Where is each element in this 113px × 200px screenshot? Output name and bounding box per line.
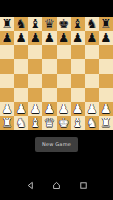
black-rook[interactable]: ♜︎ <box>0 17 14 31</box>
square-f1[interactable]: ♝︎ <box>71 116 85 130</box>
square-c3[interactable] <box>28 88 42 102</box>
white-rook[interactable]: ♜︎ <box>99 116 113 130</box>
black-queen[interactable]: ♛︎ <box>42 17 56 31</box>
square-a2[interactable]: ♟︎ <box>0 102 14 116</box>
square-c7[interactable]: ♟︎ <box>28 31 42 45</box>
black-pawn[interactable]: ♟︎ <box>42 31 56 45</box>
white-bishop[interactable]: ♝︎ <box>71 116 85 130</box>
square-h4[interactable] <box>99 74 113 88</box>
white-pawn[interactable]: ♟︎ <box>57 102 71 116</box>
square-h1[interactable]: ♜︎ <box>99 116 113 130</box>
square-b4[interactable] <box>14 74 28 88</box>
square-f4[interactable] <box>71 74 85 88</box>
home-icon[interactable] <box>52 181 61 190</box>
white-pawn[interactable]: ♟︎ <box>42 102 56 116</box>
square-d6[interactable] <box>42 45 56 59</box>
square-b7[interactable]: ♟︎ <box>14 31 28 45</box>
white-king[interactable]: ♚︎ <box>57 116 71 130</box>
square-d3[interactable] <box>42 88 56 102</box>
back-icon[interactable] <box>26 181 35 190</box>
white-rook[interactable]: ♜︎ <box>0 116 14 130</box>
square-g3[interactable] <box>85 88 99 102</box>
square-h5[interactable] <box>99 59 113 73</box>
square-f5[interactable] <box>71 59 85 73</box>
white-pawn[interactable]: ♟︎ <box>71 102 85 116</box>
square-d8[interactable]: ♛︎ <box>42 17 56 31</box>
square-b1[interactable]: ♞︎ <box>14 116 28 130</box>
black-pawn[interactable]: ♟︎ <box>0 31 14 45</box>
black-rook[interactable]: ♜︎ <box>99 17 113 31</box>
square-a5[interactable] <box>0 59 14 73</box>
app-screen: ♜︎♞︎♝︎♛︎♚︎♝︎♞︎♜︎♟︎♟︎♟︎♟︎♟︎♟︎♟︎♟︎♟︎♟︎♟︎♟︎… <box>0 0 113 200</box>
new-game-button[interactable]: New Game <box>35 137 78 152</box>
square-h7[interactable]: ♟︎ <box>99 31 113 45</box>
square-e5[interactable] <box>57 59 71 73</box>
square-c1[interactable]: ♝︎ <box>28 116 42 130</box>
white-pawn[interactable]: ♟︎ <box>14 102 28 116</box>
square-c8[interactable]: ♝︎ <box>28 17 42 31</box>
square-a6[interactable] <box>0 45 14 59</box>
square-e4[interactable] <box>57 74 71 88</box>
square-c6[interactable] <box>28 45 42 59</box>
square-g1[interactable]: ♞︎ <box>85 116 99 130</box>
square-g6[interactable] <box>85 45 99 59</box>
square-c4[interactable] <box>28 74 42 88</box>
square-e8[interactable]: ♚︎ <box>57 17 71 31</box>
black-knight[interactable]: ♞︎ <box>85 17 99 31</box>
square-d7[interactable]: ♟︎ <box>42 31 56 45</box>
black-bishop[interactable]: ♝︎ <box>28 17 42 31</box>
square-f7[interactable]: ♟︎ <box>71 31 85 45</box>
black-bishop[interactable]: ♝︎ <box>71 17 85 31</box>
white-knight[interactable]: ♞︎ <box>14 116 28 130</box>
black-knight[interactable]: ♞︎ <box>14 17 28 31</box>
white-pawn[interactable]: ♟︎ <box>28 102 42 116</box>
square-a8[interactable]: ♜︎ <box>0 17 14 31</box>
recents-icon[interactable] <box>79 181 88 190</box>
black-pawn[interactable]: ♟︎ <box>99 31 113 45</box>
square-e7[interactable]: ♟︎ <box>57 31 71 45</box>
square-f6[interactable] <box>71 45 85 59</box>
black-king[interactable]: ♚︎ <box>57 17 71 31</box>
square-b2[interactable]: ♟︎ <box>14 102 28 116</box>
square-g7[interactable]: ♟︎ <box>85 31 99 45</box>
white-bishop[interactable]: ♝︎ <box>28 116 42 130</box>
square-e6[interactable] <box>57 45 71 59</box>
black-pawn[interactable]: ♟︎ <box>28 31 42 45</box>
square-g5[interactable] <box>85 59 99 73</box>
white-pawn[interactable]: ♟︎ <box>99 102 113 116</box>
square-e3[interactable] <box>57 88 71 102</box>
status-bar <box>0 0 113 17</box>
square-c5[interactable] <box>28 59 42 73</box>
square-h6[interactable] <box>99 45 113 59</box>
square-d4[interactable] <box>42 74 56 88</box>
square-e1[interactable]: ♚︎ <box>57 116 71 130</box>
chess-board: ♜︎♞︎♝︎♛︎♚︎♝︎♞︎♜︎♟︎♟︎♟︎♟︎♟︎♟︎♟︎♟︎♟︎♟︎♟︎♟︎… <box>0 17 113 130</box>
square-g4[interactable] <box>85 74 99 88</box>
square-a4[interactable] <box>0 74 14 88</box>
square-e2[interactable]: ♟︎ <box>57 102 71 116</box>
button-row: New Game <box>0 137 113 152</box>
square-d5[interactable] <box>42 59 56 73</box>
black-pawn[interactable]: ♟︎ <box>71 31 85 45</box>
white-pawn[interactable]: ♟︎ <box>85 102 99 116</box>
square-f3[interactable] <box>71 88 85 102</box>
square-g2[interactable]: ♟︎ <box>85 102 99 116</box>
white-pawn[interactable]: ♟︎ <box>0 102 14 116</box>
square-b8[interactable]: ♞︎ <box>14 17 28 31</box>
black-pawn[interactable]: ♟︎ <box>14 31 28 45</box>
square-a1[interactable]: ♜︎ <box>0 116 14 130</box>
white-knight[interactable]: ♞︎ <box>85 116 99 130</box>
square-d1[interactable]: ♛︎ <box>42 116 56 130</box>
square-d2[interactable]: ♟︎ <box>42 102 56 116</box>
android-nav-bar <box>0 174 113 200</box>
square-h3[interactable] <box>99 88 113 102</box>
square-c2[interactable]: ♟︎ <box>28 102 42 116</box>
black-pawn[interactable]: ♟︎ <box>57 31 71 45</box>
black-pawn[interactable]: ♟︎ <box>85 31 99 45</box>
square-h8[interactable]: ♜︎ <box>99 17 113 31</box>
square-b6[interactable] <box>14 45 28 59</box>
square-g8[interactable]: ♞︎ <box>85 17 99 31</box>
square-b5[interactable] <box>14 59 28 73</box>
white-queen[interactable]: ♛︎ <box>42 116 56 130</box>
square-f2[interactable]: ♟︎ <box>71 102 85 116</box>
square-h2[interactable]: ♟︎ <box>99 102 113 116</box>
square-a7[interactable]: ♟︎ <box>0 31 14 45</box>
square-a3[interactable] <box>0 88 14 102</box>
square-b3[interactable] <box>14 88 28 102</box>
square-f8[interactable]: ♝︎ <box>71 17 85 31</box>
